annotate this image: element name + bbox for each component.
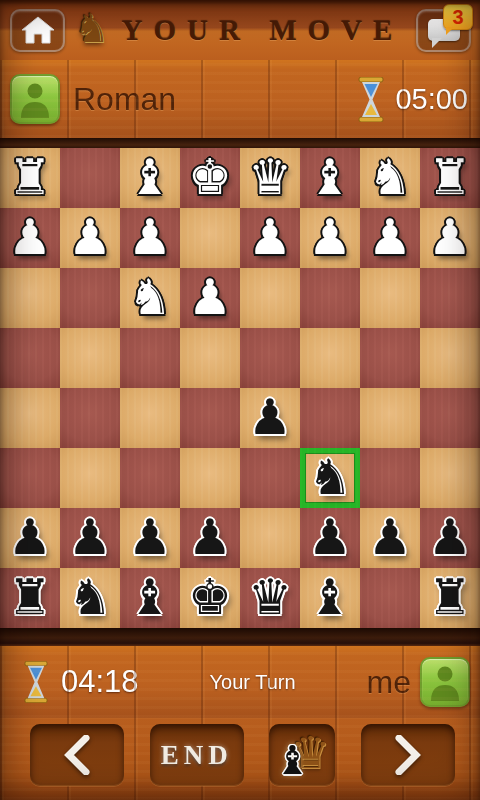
square-g7[interactable]: ♟ [60,508,120,568]
piece-black-queen: ♛ [248,569,292,627]
square-g1[interactable] [60,148,120,208]
piece-white-rook: ♜ [428,149,472,207]
hourglass-icon [24,661,48,703]
square-d5[interactable]: ♟ [240,388,300,448]
my-name: me [367,664,411,701]
square-d4[interactable] [240,328,300,388]
square-e5[interactable] [180,388,240,448]
piece-black-pawn: ♟ [68,509,112,567]
piece-white-bishop: ♝ [308,149,352,207]
piece-white-pawn: ♟ [248,209,292,267]
square-e2[interactable] [180,208,240,268]
square-f1[interactable]: ♝ [120,148,180,208]
piece-black-knight: ♞ [68,569,112,627]
piece-black-pawn: ♟ [428,509,472,567]
chat-badge: 3 [443,4,473,30]
square-b2[interactable]: ♟ [360,208,420,268]
square-f7[interactable]: ♟ [120,508,180,568]
square-b4[interactable] [360,328,420,388]
piece-black-pawn: ♟ [368,509,412,567]
piece-black-bishop: ♝ [128,569,172,627]
piece-white-pawn: ♟ [308,209,352,267]
square-h5[interactable] [0,388,60,448]
square-f8[interactable]: ♝ [120,568,180,628]
square-h4[interactable] [0,328,60,388]
my-player-bar: 04:18 Your Turn me [0,646,480,718]
square-a4[interactable] [420,328,480,388]
piece-black-pawn: ♟ [248,389,292,447]
square-c7[interactable]: ♟ [300,508,360,568]
square-d6[interactable] [240,448,300,508]
square-d8[interactable]: ♛ [240,568,300,628]
square-d3[interactable] [240,268,300,328]
chess-board: ♜♝♚♛♝♞♜♟♟♟♟♟♟♟♞♟♟♞♟♟♟♟♟♟♟♜♞♝♚♛♝♜ [0,148,480,628]
black-bishop-icon: ♝ [274,738,310,782]
opponent-bar: Roman 05:00 [0,60,480,138]
opponent-name: Roman [73,81,176,118]
captured-pieces-icon: ♛ ♝ [272,725,332,785]
square-f4[interactable] [120,328,180,388]
hourglass-icon [358,77,384,122]
square-e4[interactable] [180,328,240,388]
square-b5[interactable] [360,388,420,448]
divider-top [0,138,480,148]
piece-black-pawn: ♟ [188,509,232,567]
person-icon [17,80,53,118]
my-clock: 04:18 [61,664,139,700]
piece-black-pawn: ♟ [128,509,172,567]
title-group: ♞ YOUR MOVE [65,10,412,50]
chess-app-screen: ♞ YOUR MOVE 3 Roman 05:00 ♜♝♚♛♝♞♜♟♟♟♟♟♟♟… [0,0,480,800]
square-c3[interactable] [300,268,360,328]
square-c6[interactable]: ♞ [300,448,360,508]
square-e7[interactable]: ♟ [180,508,240,568]
square-g4[interactable] [60,328,120,388]
divider-bottom [0,628,480,646]
square-a8[interactable]: ♜ [420,568,480,628]
square-d2[interactable]: ♟ [240,208,300,268]
turn-status: Your Turn [139,671,367,694]
home-icon [21,16,55,44]
piece-black-pawn: ♟ [8,509,52,567]
opponent-avatar [10,74,60,124]
piece-black-king: ♚ [188,569,232,627]
square-b8[interactable] [360,568,420,628]
piece-white-pawn: ♟ [368,209,412,267]
square-f2[interactable]: ♟ [120,208,180,268]
page-title: YOUR MOVE [122,14,404,47]
piece-white-rook: ♜ [8,149,52,207]
square-g2[interactable]: ♟ [60,208,120,268]
piece-black-rook: ♜ [8,569,52,627]
square-d1[interactable]: ♛ [240,148,300,208]
square-h2[interactable]: ♟ [0,208,60,268]
square-a6[interactable] [420,448,480,508]
square-b3[interactable] [360,268,420,328]
piece-white-king: ♚ [188,149,232,207]
square-e3[interactable]: ♟ [180,268,240,328]
square-c8[interactable]: ♝ [300,568,360,628]
piece-white-pawn: ♟ [68,209,112,267]
square-h1[interactable]: ♜ [0,148,60,208]
game-toolbar: END ♛ ♝ [0,718,480,800]
left-chevron-icon [62,735,92,775]
piece-black-knight: ♞ [308,449,352,507]
piece-white-pawn: ♟ [188,269,232,327]
piece-black-pawn: ♟ [308,509,352,567]
piece-black-rook: ♜ [428,569,472,627]
knight-statue-icon: ♞ [74,8,110,48]
square-a1[interactable]: ♜ [420,148,480,208]
piece-white-queen: ♛ [248,149,292,207]
square-f5[interactable] [120,388,180,448]
square-h3[interactable] [0,268,60,328]
square-g6[interactable] [60,448,120,508]
square-f3[interactable]: ♞ [120,268,180,328]
square-b1[interactable]: ♞ [360,148,420,208]
title-bar: ♞ YOUR MOVE 3 [0,0,480,60]
square-c1[interactable]: ♝ [300,148,360,208]
previous-move-button[interactable] [30,724,124,786]
square-c4[interactable] [300,328,360,388]
square-g5[interactable] [60,388,120,448]
square-c5[interactable] [300,388,360,448]
square-a2[interactable]: ♟ [420,208,480,268]
square-a5[interactable] [420,388,480,448]
piece-white-pawn: ♟ [128,209,172,267]
person-icon [427,663,463,701]
piece-white-bishop: ♝ [128,149,172,207]
square-e6[interactable] [180,448,240,508]
opponent-clock: 05:00 [395,83,468,116]
square-a7[interactable]: ♟ [420,508,480,568]
my-avatar [420,657,470,707]
piece-white-pawn: ♟ [428,209,472,267]
square-e8[interactable]: ♚ [180,568,240,628]
square-d7[interactable] [240,508,300,568]
piece-white-pawn: ♟ [8,209,52,267]
square-h7[interactable]: ♟ [0,508,60,568]
square-c2[interactable]: ♟ [300,208,360,268]
square-h8[interactable]: ♜ [0,568,60,628]
square-e1[interactable]: ♚ [180,148,240,208]
captured-pieces-button[interactable]: ♛ ♝ [269,724,335,786]
next-move-button[interactable] [361,724,455,786]
square-h6[interactable] [0,448,60,508]
square-g3[interactable] [60,268,120,328]
piece-white-knight: ♞ [368,149,412,207]
piece-black-bishop: ♝ [308,569,352,627]
square-g8[interactable]: ♞ [60,568,120,628]
chat-button[interactable]: 3 [416,9,471,52]
end-game-button[interactable]: END [150,724,244,786]
home-button[interactable] [10,9,65,52]
square-f6[interactable] [120,448,180,508]
square-a3[interactable] [420,268,480,328]
piece-white-knight: ♞ [128,269,172,327]
end-label: END [161,740,233,771]
square-b7[interactable]: ♟ [360,508,420,568]
right-chevron-icon [393,735,423,775]
square-b6[interactable] [360,448,420,508]
